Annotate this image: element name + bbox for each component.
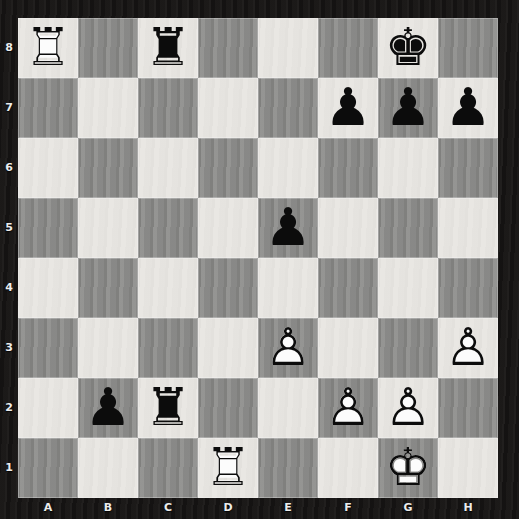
square-d8[interactable]: [198, 18, 258, 78]
black-rook-icon: ♜: [138, 378, 198, 438]
rank-label-8: 8: [0, 18, 18, 78]
square-a2[interactable]: [18, 378, 78, 438]
square-g3[interactable]: [378, 318, 438, 378]
square-a3[interactable]: [18, 318, 78, 378]
file-label-e: E: [258, 498, 318, 519]
square-h5[interactable]: [438, 198, 498, 258]
square-f8[interactable]: [318, 18, 378, 78]
piece-black-pawn-e5[interactable]: ♟: [258, 198, 318, 258]
square-g1[interactable]: ♚♔: [378, 438, 438, 498]
piece-black-pawn-g7[interactable]: ♟: [378, 78, 438, 138]
square-d7[interactable]: [198, 78, 258, 138]
black-pawn-icon: ♟: [318, 78, 378, 138]
square-e6[interactable]: [258, 138, 318, 198]
piece-white-king-g1[interactable]: ♚♔: [378, 438, 438, 498]
square-g5[interactable]: [378, 198, 438, 258]
rank-label-2: 2: [0, 378, 18, 438]
black-pawn-icon: ♟: [438, 78, 498, 138]
square-e8[interactable]: [258, 18, 318, 78]
piece-black-pawn-h7[interactable]: ♟: [438, 78, 498, 138]
piece-white-pawn-h3[interactable]: ♟♙: [438, 318, 498, 378]
square-e4[interactable]: [258, 258, 318, 318]
black-pawn-icon: ♟: [78, 378, 138, 438]
square-f3[interactable]: [318, 318, 378, 378]
square-g7[interactable]: ♟: [378, 78, 438, 138]
square-g4[interactable]: [378, 258, 438, 318]
square-f2[interactable]: ♟♙: [318, 378, 378, 438]
square-a6[interactable]: [18, 138, 78, 198]
square-e5[interactable]: ♟: [258, 198, 318, 258]
square-d3[interactable]: [198, 318, 258, 378]
square-b7[interactable]: [78, 78, 138, 138]
white-pawn-outline-icon: ♙: [438, 318, 498, 378]
piece-white-rook-a8[interactable]: ♜♖: [18, 18, 78, 78]
chess-board: ♜♖♜♚♟♟♟♟♟♙♟♙♟♜♟♙♟♙♜♖♚♔: [18, 18, 498, 498]
file-label-a: A: [18, 498, 78, 519]
rank-label-4: 4: [0, 258, 18, 318]
square-f7[interactable]: ♟: [318, 78, 378, 138]
square-b4[interactable]: [78, 258, 138, 318]
square-h8[interactable]: [438, 18, 498, 78]
file-label-c: C: [138, 498, 198, 519]
black-rook-icon: ♜: [138, 18, 198, 78]
square-g6[interactable]: [378, 138, 438, 198]
square-c5[interactable]: [138, 198, 198, 258]
square-b8[interactable]: [78, 18, 138, 78]
black-king-icon: ♚: [378, 18, 438, 78]
rank-label-6: 6: [0, 138, 18, 198]
piece-black-pawn-b2[interactable]: ♟: [78, 378, 138, 438]
square-b1[interactable]: [78, 438, 138, 498]
file-labels: ABCDEFGH: [18, 498, 498, 519]
white-pawn-outline-icon: ♙: [378, 378, 438, 438]
square-a7[interactable]: [18, 78, 78, 138]
chess-board-frame: 87654321 ♜♖♜♚♟♟♟♟♟♙♟♙♟♜♟♙♟♙♜♖♚♔ ABCDEFGH: [0, 0, 519, 519]
white-pawn-outline-icon: ♙: [318, 378, 378, 438]
file-label-d: D: [198, 498, 258, 519]
file-label-b: B: [78, 498, 138, 519]
square-a5[interactable]: [18, 198, 78, 258]
file-label-g: G: [378, 498, 438, 519]
rank-label-3: 3: [0, 318, 18, 378]
square-b6[interactable]: [78, 138, 138, 198]
white-rook-outline-icon: ♖: [198, 438, 258, 498]
piece-black-king-g8[interactable]: ♚: [378, 18, 438, 78]
piece-white-pawn-e3[interactable]: ♟♙: [258, 318, 318, 378]
square-a8[interactable]: ♜♖: [18, 18, 78, 78]
square-f6[interactable]: [318, 138, 378, 198]
square-c7[interactable]: [138, 78, 198, 138]
rank-label-5: 5: [0, 198, 18, 258]
rank-labels: 87654321: [0, 18, 18, 498]
square-b3[interactable]: [78, 318, 138, 378]
square-c4[interactable]: [138, 258, 198, 318]
rank-label-1: 1: [0, 438, 18, 498]
piece-white-rook-d1[interactable]: ♜♖: [198, 438, 258, 498]
square-h7[interactable]: ♟: [438, 78, 498, 138]
square-e7[interactable]: [258, 78, 318, 138]
square-d1[interactable]: ♜♖: [198, 438, 258, 498]
square-d2[interactable]: [198, 378, 258, 438]
square-b5[interactable]: [78, 198, 138, 258]
square-h1[interactable]: [438, 438, 498, 498]
white-pawn-outline-icon: ♙: [258, 318, 318, 378]
square-e1[interactable]: [258, 438, 318, 498]
square-d6[interactable]: [198, 138, 258, 198]
square-f4[interactable]: [318, 258, 378, 318]
black-pawn-icon: ♟: [258, 198, 318, 258]
square-h3[interactable]: ♟♙: [438, 318, 498, 378]
square-e3[interactable]: ♟♙: [258, 318, 318, 378]
piece-black-pawn-f7[interactable]: ♟: [318, 78, 378, 138]
rank-label-7: 7: [0, 78, 18, 138]
square-c1[interactable]: [138, 438, 198, 498]
square-h6[interactable]: [438, 138, 498, 198]
piece-black-rook-c8[interactable]: ♜: [138, 18, 198, 78]
square-d4[interactable]: [198, 258, 258, 318]
black-pawn-icon: ♟: [378, 78, 438, 138]
square-f5[interactable]: [318, 198, 378, 258]
square-a4[interactable]: [18, 258, 78, 318]
square-c2[interactable]: ♜: [138, 378, 198, 438]
square-h4[interactable]: [438, 258, 498, 318]
square-h2[interactable]: [438, 378, 498, 438]
piece-white-pawn-f2[interactable]: ♟♙: [318, 378, 378, 438]
piece-black-rook-c2[interactable]: ♜: [138, 378, 198, 438]
piece-white-pawn-g2[interactable]: ♟♙: [378, 378, 438, 438]
square-g2[interactable]: ♟♙: [378, 378, 438, 438]
square-c6[interactable]: [138, 138, 198, 198]
white-rook-outline-icon: ♖: [18, 18, 78, 78]
square-b2[interactable]: ♟: [78, 378, 138, 438]
square-a1[interactable]: [18, 438, 78, 498]
file-label-f: F: [318, 498, 378, 519]
file-label-h: H: [438, 498, 498, 519]
square-g8[interactable]: ♚: [378, 18, 438, 78]
square-d5[interactable]: [198, 198, 258, 258]
white-king-outline-icon: ♔: [378, 438, 438, 498]
square-f1[interactable]: [318, 438, 378, 498]
square-e2[interactable]: [258, 378, 318, 438]
square-c8[interactable]: ♜: [138, 18, 198, 78]
square-c3[interactable]: [138, 318, 198, 378]
